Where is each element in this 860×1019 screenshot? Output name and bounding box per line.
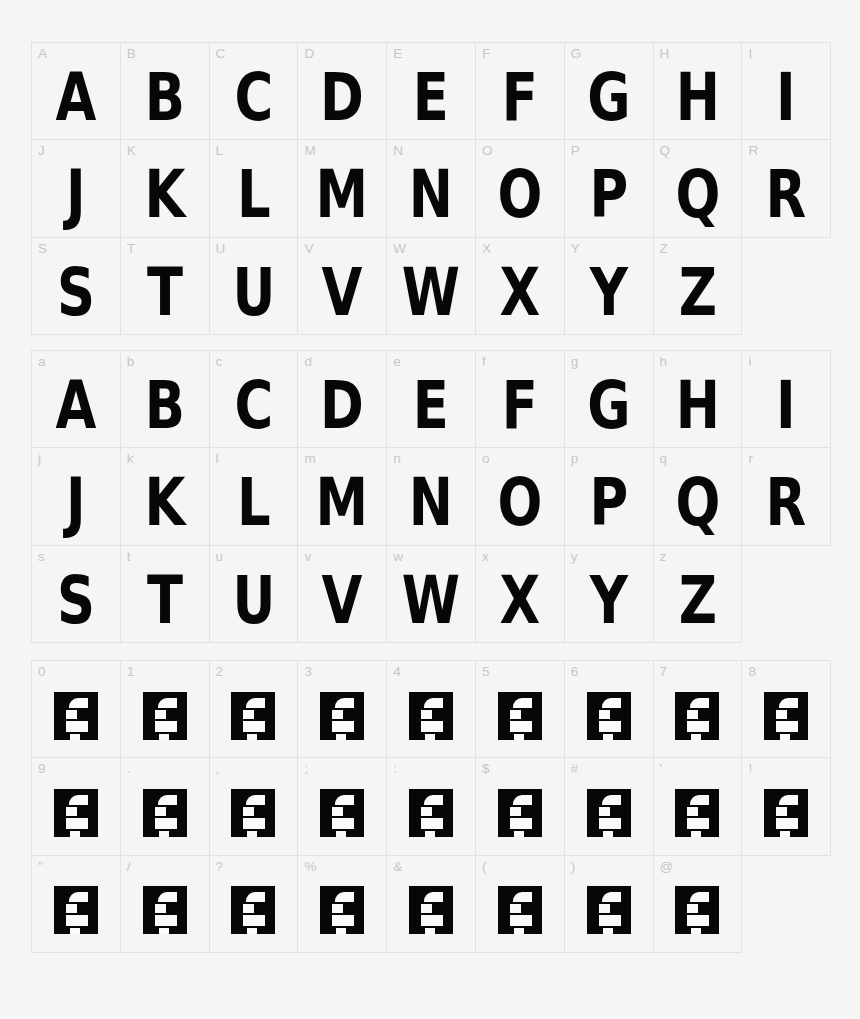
glyph-area xyxy=(565,869,653,952)
glyph-cell: $ xyxy=(476,758,565,855)
missing-glyph-box-icon xyxy=(587,886,631,934)
notdef-mark xyxy=(513,795,532,805)
glyph-letter: M xyxy=(307,461,377,544)
glyph-letter: L xyxy=(218,461,288,544)
notdef-mark xyxy=(246,892,265,902)
missing-glyph-box-icon xyxy=(409,692,453,740)
glyph-cell: GG xyxy=(565,43,654,140)
notdef-mark xyxy=(514,831,524,837)
glyph-letter: J xyxy=(41,153,111,236)
glyph-cell: ; xyxy=(298,758,387,855)
missing-glyph-box-icon xyxy=(675,886,719,934)
notdef-mark xyxy=(332,915,354,926)
notdef-mark xyxy=(510,818,532,829)
glyph-cell: TT xyxy=(121,238,210,335)
notdef-mark xyxy=(776,807,787,816)
notdef-mark xyxy=(780,831,790,837)
glyph-cell: II xyxy=(742,43,831,140)
notdef-mark xyxy=(599,721,621,732)
notdef-mark xyxy=(247,734,257,740)
notdef-mark xyxy=(158,795,177,805)
notdef-mark xyxy=(243,721,265,732)
glyph-area xyxy=(565,771,653,854)
glyph-cell: dD xyxy=(298,351,387,448)
notdef-mark xyxy=(155,710,166,719)
glyph-letter: Z xyxy=(662,559,732,642)
glyph-cell: wW xyxy=(387,546,476,643)
notdef-mark xyxy=(510,710,521,719)
glyph-letter: Y xyxy=(574,559,644,642)
glyph-cell: 9 xyxy=(32,758,121,855)
glyph-cell: nN xyxy=(387,448,476,545)
notdef-mark xyxy=(421,721,443,732)
glyph-cell: zZ xyxy=(654,546,743,643)
glyph-cell: qQ xyxy=(654,448,743,545)
glyph-letter: D xyxy=(307,56,377,139)
notdef-mark xyxy=(66,818,88,829)
glyph-area xyxy=(387,674,475,757)
notdef-mark xyxy=(69,795,88,805)
section-lowercase-letters: aAbBcCdDeEfFgGhHiIjJkKlLmMnNoOpPqQrRsStT… xyxy=(31,350,831,643)
notdef-mark xyxy=(335,795,354,805)
notdef-mark xyxy=(421,904,432,913)
notdef-mark xyxy=(510,904,521,913)
glyph-area xyxy=(476,674,564,757)
notdef-mark xyxy=(513,892,532,902)
glyph-cell: UU xyxy=(210,238,299,335)
glyph-letter: Q xyxy=(662,153,732,236)
glyph-area xyxy=(121,674,209,757)
glyph-cell: 1 xyxy=(121,661,210,758)
notdef-mark xyxy=(155,818,177,829)
glyph-area xyxy=(742,674,830,757)
glyph-area xyxy=(476,869,564,952)
notdef-mark xyxy=(425,734,435,740)
notdef-mark xyxy=(691,831,701,837)
glyph-cell: ZZ xyxy=(654,238,743,335)
glyph-area xyxy=(121,771,209,854)
glyph-cell: sS xyxy=(32,546,121,643)
notdef-mark xyxy=(425,831,435,837)
glyph-area xyxy=(210,869,298,952)
glyph-cell: " xyxy=(32,856,121,953)
notdef-mark xyxy=(514,928,524,934)
notdef-mark xyxy=(332,721,354,732)
glyph-letter: O xyxy=(485,153,555,236)
glyph-cell: eE xyxy=(387,351,476,448)
glyph-cell: YY xyxy=(565,238,654,335)
notdef-mark xyxy=(510,721,532,732)
glyph-cell: XX xyxy=(476,238,565,335)
missing-glyph-box-icon xyxy=(231,789,275,837)
glyph-cell: RR xyxy=(742,140,831,237)
notdef-mark xyxy=(66,710,77,719)
glyph-letter: P xyxy=(574,153,644,236)
notdef-mark xyxy=(335,698,354,708)
missing-glyph-box-icon xyxy=(498,692,542,740)
glyph-area xyxy=(210,674,298,757)
glyph-area xyxy=(476,771,564,854)
missing-glyph-box-icon xyxy=(231,886,275,934)
glyph-letter: I xyxy=(751,56,821,139)
notdef-mark xyxy=(158,698,177,708)
glyph-cell: hH xyxy=(654,351,743,448)
glyph-letter: U xyxy=(218,251,288,334)
missing-glyph-box-icon xyxy=(143,692,187,740)
notdef-mark xyxy=(66,721,88,732)
notdef-mark xyxy=(687,818,709,829)
section-digits-and-punctuation: 0123456789.,;:$#'!"/?%&()@ xyxy=(31,660,831,953)
notdef-mark xyxy=(691,928,701,934)
glyph-cell: : xyxy=(387,758,476,855)
notdef-mark xyxy=(691,734,701,740)
glyph-letter: X xyxy=(485,251,555,334)
glyph-cell: OO xyxy=(476,140,565,237)
glyph-cell: 2 xyxy=(210,661,299,758)
missing-glyph-box-icon xyxy=(587,692,631,740)
notdef-mark xyxy=(243,915,265,926)
notdef-mark xyxy=(690,795,709,805)
glyph-letter: P xyxy=(574,461,644,544)
glyph-cell: JJ xyxy=(32,140,121,237)
glyph-letter: R xyxy=(751,153,821,236)
glyph-cell: KK xyxy=(121,140,210,237)
glyph-letter: L xyxy=(218,153,288,236)
notdef-mark xyxy=(332,710,343,719)
glyph-cell: mM xyxy=(298,448,387,545)
missing-glyph-box-icon xyxy=(231,692,275,740)
notdef-mark xyxy=(66,915,88,926)
notdef-mark xyxy=(243,818,265,829)
glyph-cell: bB xyxy=(121,351,210,448)
notdef-mark xyxy=(70,734,80,740)
glyph-cell: ' xyxy=(654,758,743,855)
glyph-letter: N xyxy=(396,153,466,236)
glyph-letter: T xyxy=(130,251,200,334)
glyph-cell: @ xyxy=(654,856,743,953)
glyph-letter: K xyxy=(130,153,200,236)
notdef-mark xyxy=(246,795,265,805)
glyph-cell: % xyxy=(298,856,387,953)
notdef-mark xyxy=(159,928,169,934)
notdef-mark xyxy=(336,831,346,837)
notdef-mark xyxy=(599,818,621,829)
notdef-mark xyxy=(510,807,521,816)
glyph-area xyxy=(654,869,742,952)
notdef-mark xyxy=(69,698,88,708)
glyph-cell: xX xyxy=(476,546,565,643)
notdef-mark xyxy=(776,818,798,829)
glyph-cell: lL xyxy=(210,448,299,545)
glyph-cell: NN xyxy=(387,140,476,237)
glyph-cell: 4 xyxy=(387,661,476,758)
notdef-mark xyxy=(514,734,524,740)
notdef-mark xyxy=(599,710,610,719)
glyph-cell: 6 xyxy=(565,661,654,758)
glyph-cell: PP xyxy=(565,140,654,237)
glyph-cell: , xyxy=(210,758,299,855)
glyph-cell: QQ xyxy=(654,140,743,237)
glyph-letter: O xyxy=(485,461,555,544)
notdef-mark xyxy=(158,892,177,902)
glyph-cell: / xyxy=(121,856,210,953)
notdef-mark xyxy=(332,807,343,816)
notdef-mark xyxy=(66,807,77,816)
glyph-letter: Z xyxy=(662,251,732,334)
glyph-letter: E xyxy=(396,56,466,139)
notdef-mark xyxy=(602,698,621,708)
glyph-cell: . xyxy=(121,758,210,855)
glyph-letter: G xyxy=(574,56,644,139)
glyph-cell: gG xyxy=(565,351,654,448)
glyph-cell: ! xyxy=(742,758,831,855)
glyph-letter: B xyxy=(130,364,200,447)
glyph-cell: ( xyxy=(476,856,565,953)
notdef-mark xyxy=(425,928,435,934)
notdef-mark xyxy=(776,721,798,732)
notdef-mark xyxy=(336,734,346,740)
missing-glyph-box-icon xyxy=(498,886,542,934)
missing-glyph-box-icon xyxy=(320,692,364,740)
glyph-letter: C xyxy=(218,364,288,447)
notdef-mark xyxy=(599,807,610,816)
glyph-area xyxy=(210,771,298,854)
glyph-cell: BB xyxy=(121,43,210,140)
glyph-cell: pP xyxy=(565,448,654,545)
notdef-mark xyxy=(421,710,432,719)
glyph-cell: FF xyxy=(476,43,565,140)
notdef-mark xyxy=(335,892,354,902)
glyph-letter: R xyxy=(751,461,821,544)
notdef-mark xyxy=(70,928,80,934)
glyph-cell: cC xyxy=(210,351,299,448)
notdef-mark xyxy=(687,721,709,732)
glyph-area xyxy=(298,771,386,854)
glyph-letter: I xyxy=(751,364,821,447)
missing-glyph-box-icon xyxy=(54,886,98,934)
glyph-cell: jJ xyxy=(32,448,121,545)
notdef-mark xyxy=(510,915,532,926)
glyph-area xyxy=(654,771,742,854)
glyph-cell: MM xyxy=(298,140,387,237)
glyph-area xyxy=(32,869,120,952)
notdef-mark xyxy=(424,892,443,902)
glyph-cell: tT xyxy=(121,546,210,643)
missing-glyph-box-icon xyxy=(764,692,808,740)
notdef-mark xyxy=(599,904,610,913)
notdef-mark xyxy=(687,904,698,913)
glyph-cell: VV xyxy=(298,238,387,335)
glyph-cell: rR xyxy=(742,448,831,545)
notdef-mark xyxy=(155,904,166,913)
missing-glyph-box-icon xyxy=(54,789,98,837)
missing-glyph-box-icon xyxy=(143,789,187,837)
glyph-letter: W xyxy=(396,559,466,642)
notdef-mark xyxy=(155,807,166,816)
missing-glyph-box-icon xyxy=(54,692,98,740)
notdef-mark xyxy=(599,915,621,926)
glyph-cell: uU xyxy=(210,546,299,643)
notdef-mark xyxy=(602,795,621,805)
glyph-area xyxy=(298,869,386,952)
glyph-cell: EE xyxy=(387,43,476,140)
notdef-mark xyxy=(247,831,257,837)
glyph-letter: B xyxy=(130,56,200,139)
notdef-mark xyxy=(246,698,265,708)
notdef-mark xyxy=(776,710,787,719)
glyph-cell: 8 xyxy=(742,661,831,758)
notdef-mark xyxy=(243,710,254,719)
glyph-letter: K xyxy=(130,461,200,544)
glyph-cell: 0 xyxy=(32,661,121,758)
glyph-cell: SS xyxy=(32,238,121,335)
notdef-mark xyxy=(690,892,709,902)
glyph-cell: 5 xyxy=(476,661,565,758)
glyph-letter: D xyxy=(307,364,377,447)
glyph-letter: A xyxy=(41,56,111,139)
notdef-mark xyxy=(424,795,443,805)
glyph-cell: CC xyxy=(210,43,299,140)
notdef-mark xyxy=(69,892,88,902)
glyph-letter: F xyxy=(485,56,555,139)
glyph-cell: & xyxy=(387,856,476,953)
glyph-letter: Y xyxy=(574,251,644,334)
notdef-mark xyxy=(690,698,709,708)
glyph-cell: yY xyxy=(565,546,654,643)
glyph-letter: E xyxy=(396,364,466,447)
notdef-mark xyxy=(687,915,709,926)
glyph-cell: AA xyxy=(32,43,121,140)
glyph-area xyxy=(742,771,830,854)
notdef-mark xyxy=(779,795,798,805)
notdef-mark xyxy=(247,928,257,934)
missing-glyph-box-icon xyxy=(764,789,808,837)
glyph-cell: oO xyxy=(476,448,565,545)
section-uppercase-letters: AABBCCDDEEFFGGHHIIJJKKLLMMNNOOPPQQRRSSTT… xyxy=(31,42,831,335)
glyph-cell: DD xyxy=(298,43,387,140)
glyph-letter: N xyxy=(396,461,466,544)
glyph-letter: W xyxy=(396,251,466,334)
missing-glyph-box-icon xyxy=(143,886,187,934)
notdef-mark xyxy=(779,698,798,708)
glyph-area xyxy=(387,771,475,854)
glyph-area xyxy=(387,869,475,952)
notdef-mark xyxy=(421,915,443,926)
glyph-letter: S xyxy=(41,559,111,642)
missing-glyph-box-icon xyxy=(409,789,453,837)
glyph-cell: iI xyxy=(742,351,831,448)
glyph-area xyxy=(298,674,386,757)
glyph-letter: A xyxy=(41,364,111,447)
notdef-mark xyxy=(70,831,80,837)
notdef-mark xyxy=(603,831,613,837)
missing-glyph-box-icon xyxy=(675,692,719,740)
glyph-letter: S xyxy=(41,251,111,334)
notdef-mark xyxy=(159,734,169,740)
notdef-mark xyxy=(513,698,532,708)
glyph-cell: aA xyxy=(32,351,121,448)
glyph-letter: G xyxy=(574,364,644,447)
glyph-letter: C xyxy=(218,56,288,139)
glyph-cell: HH xyxy=(654,43,743,140)
glyph-letter: H xyxy=(662,364,732,447)
glyph-cell: fF xyxy=(476,351,565,448)
notdef-mark xyxy=(421,818,443,829)
glyph-cell: LL xyxy=(210,140,299,237)
notdef-mark xyxy=(66,904,77,913)
notdef-mark xyxy=(243,904,254,913)
missing-glyph-box-icon xyxy=(409,886,453,934)
missing-glyph-box-icon xyxy=(675,789,719,837)
notdef-mark xyxy=(687,807,698,816)
notdef-mark xyxy=(155,915,177,926)
glyph-letter: H xyxy=(662,56,732,139)
glyph-letter: U xyxy=(218,559,288,642)
missing-glyph-box-icon xyxy=(320,886,364,934)
glyph-cell: ? xyxy=(210,856,299,953)
glyph-area xyxy=(32,674,120,757)
glyph-letter: V xyxy=(307,559,377,642)
notdef-mark xyxy=(424,698,443,708)
glyph-area xyxy=(654,674,742,757)
glyph-area xyxy=(565,674,653,757)
glyph-letter: V xyxy=(307,251,377,334)
notdef-mark xyxy=(336,928,346,934)
notdef-mark xyxy=(243,807,254,816)
missing-glyph-box-icon xyxy=(320,789,364,837)
glyph-cell: 3 xyxy=(298,661,387,758)
glyph-letter: Q xyxy=(662,461,732,544)
glyph-letter: J xyxy=(41,461,111,544)
notdef-mark xyxy=(602,892,621,902)
notdef-mark xyxy=(421,807,432,816)
glyph-cell: # xyxy=(565,758,654,855)
notdef-mark xyxy=(603,734,613,740)
notdef-mark xyxy=(603,928,613,934)
missing-glyph-box-icon xyxy=(587,789,631,837)
notdef-mark xyxy=(159,831,169,837)
glyph-letter: M xyxy=(307,153,377,236)
notdef-mark xyxy=(155,721,177,732)
glyph-area xyxy=(32,771,120,854)
glyph-area xyxy=(121,869,209,952)
glyph-cell: 7 xyxy=(654,661,743,758)
notdef-mark xyxy=(332,904,343,913)
glyph-letter: T xyxy=(130,559,200,642)
glyph-letter: F xyxy=(485,364,555,447)
glyph-cell: ) xyxy=(565,856,654,953)
glyph-letter: X xyxy=(485,559,555,642)
glyph-cell: vV xyxy=(298,546,387,643)
notdef-mark xyxy=(780,734,790,740)
notdef-mark xyxy=(687,710,698,719)
glyph-cell: WW xyxy=(387,238,476,335)
glyph-cell: kK xyxy=(121,448,210,545)
notdef-mark xyxy=(332,818,354,829)
missing-glyph-box-icon xyxy=(498,789,542,837)
